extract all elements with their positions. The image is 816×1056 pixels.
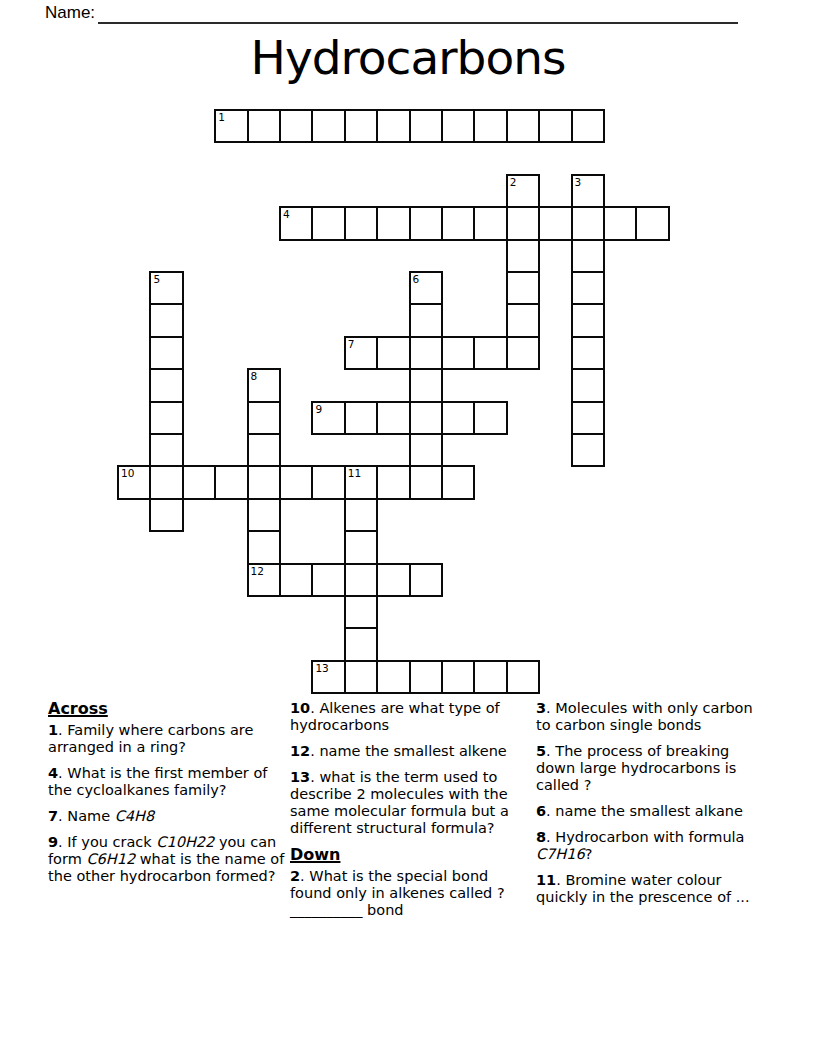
grid-cell-r11c4[interactable] [247, 465, 281, 499]
clue-7: 7. Name C4H8 [48, 808, 286, 825]
worksheet-page: Name: Hydrocarbons 12345678910111213 Acr… [0, 0, 816, 1056]
grid-cell-r11c6[interactable] [311, 465, 345, 499]
grid-cell-r0c12[interactable] [506, 109, 540, 143]
grid-cell-r6c9[interactable] [409, 303, 443, 337]
grid-cell-r17c12[interactable] [506, 660, 540, 694]
grid-cell-r7c7[interactable]: 7 [344, 336, 378, 370]
grid-cell-r10c1[interactable] [149, 433, 183, 467]
grid-cell-r13c7[interactable] [344, 530, 378, 564]
grid-cell-r3c16[interactable] [635, 206, 669, 240]
grid-cell-r11c3[interactable] [214, 465, 248, 499]
clue-11: 11. Bromine water colour quickly in the … [536, 872, 764, 906]
grid-cell-r5c9[interactable]: 6 [409, 271, 443, 305]
clue-number-6: 6 [413, 273, 420, 285]
grid-cell-r11c1[interactable] [149, 465, 183, 499]
grid-cell-r9c10[interactable] [441, 401, 475, 435]
grid-cell-r10c9[interactable] [409, 433, 443, 467]
grid-cell-r0c8[interactable] [376, 109, 410, 143]
grid-cell-r0c4[interactable] [247, 109, 281, 143]
clue-13: 13. what is the term used to describe 2 … [290, 769, 533, 837]
clue-5: 5. The process of breaking down large hy… [536, 743, 764, 794]
grid-cell-r0c9[interactable] [409, 109, 443, 143]
clue-number-12: 12 [251, 565, 264, 577]
grid-cell-r8c14[interactable] [571, 368, 605, 402]
grid-cell-r6c12[interactable] [506, 303, 540, 337]
grid-cell-r3c7[interactable] [344, 206, 378, 240]
grid-cell-r12c7[interactable] [344, 498, 378, 532]
grid-cell-r9c9[interactable] [409, 401, 443, 435]
grid-cell-r17c6[interactable]: 13 [311, 660, 345, 694]
grid-cell-r12c4[interactable] [247, 498, 281, 532]
grid-cell-r17c10[interactable] [441, 660, 475, 694]
clue-8: 8. Hydrocarbon with formula C7H16? [536, 829, 764, 863]
grid-cell-r3c6[interactable] [311, 206, 345, 240]
grid-cell-r0c7[interactable] [344, 109, 378, 143]
grid-cell-r7c11[interactable] [473, 336, 507, 370]
grid-cell-r9c11[interactable] [473, 401, 507, 435]
grid-cell-r9c14[interactable] [571, 401, 605, 435]
worksheet-title: Hydrocarbons [0, 30, 816, 85]
grid-cell-r15c7[interactable] [344, 595, 378, 629]
clue-number-8: 8 [251, 370, 258, 382]
grid-cell-r11c5[interactable] [279, 465, 313, 499]
grid-cell-r17c8[interactable] [376, 660, 410, 694]
grid-cell-r3c10[interactable] [441, 206, 475, 240]
grid-cell-r17c11[interactable] [473, 660, 507, 694]
grid-cell-r3c12[interactable] [506, 206, 540, 240]
grid-cell-r11c7[interactable]: 11 [344, 465, 378, 499]
grid-cell-r6c14[interactable] [571, 303, 605, 337]
grid-cell-r5c14[interactable] [571, 271, 605, 305]
grid-cell-r8c1[interactable] [149, 368, 183, 402]
grid-cell-r7c10[interactable] [441, 336, 475, 370]
grid-cell-r2c14[interactable]: 3 [571, 174, 605, 208]
clue-column-3: 3. Molecules with only carbon to carbon … [536, 700, 764, 915]
grid-cell-r17c9[interactable] [409, 660, 443, 694]
clue-4: 4. What is the first member of the cyclo… [48, 765, 286, 799]
clue-number-3: 3 [575, 176, 582, 188]
grid-cell-r17c7[interactable] [344, 660, 378, 694]
grid-cell-r7c8[interactable] [376, 336, 410, 370]
grid-cell-r3c8[interactable] [376, 206, 410, 240]
grid-cell-r3c11[interactable] [473, 206, 507, 240]
grid-cell-r5c1[interactable]: 5 [149, 271, 183, 305]
clue-number-5: 5 [153, 273, 160, 285]
grid-cell-r6c1[interactable] [149, 303, 183, 337]
grid-cell-r12c1[interactable] [149, 498, 183, 532]
grid-cell-r13c4[interactable] [247, 530, 281, 564]
crossword-grid: 12345678910111213 [117, 109, 671, 695]
grid-cell-r3c5[interactable]: 4 [279, 206, 313, 240]
grid-cell-r7c14[interactable] [571, 336, 605, 370]
clue-2: 2. What is the special bond found only i… [290, 868, 533, 919]
grid-cell-r0c11[interactable] [473, 109, 507, 143]
clue-number-13: 13 [315, 662, 328, 674]
grid-cell-r9c8[interactable] [376, 401, 410, 435]
grid-cell-r9c6[interactable]: 9 [311, 401, 345, 435]
grid-cell-r2c12[interactable]: 2 [506, 174, 540, 208]
clue-number-10: 10 [121, 467, 134, 479]
clue-number-4: 4 [283, 208, 290, 220]
clue-number-7: 7 [348, 338, 355, 350]
grid-cell-r16c7[interactable] [344, 627, 378, 661]
name-row: Name: [45, 3, 745, 25]
clue-10: 10. Alkenes are what type of hydrocarbon… [290, 700, 533, 734]
grid-cell-r0c14[interactable] [571, 109, 605, 143]
grid-cell-r9c4[interactable] [247, 401, 281, 435]
grid-cell-r4c12[interactable] [506, 239, 540, 273]
grid-cell-r14c9[interactable] [409, 563, 443, 597]
grid-cell-r3c15[interactable] [603, 206, 637, 240]
across-header: Across [48, 700, 286, 717]
grid-cell-r9c7[interactable] [344, 401, 378, 435]
grid-cell-r14c7[interactable] [344, 563, 378, 597]
clue-number-2: 2 [510, 176, 517, 188]
grid-cell-r9c1[interactable] [149, 401, 183, 435]
clue-6: 6. name the smallest alkane [536, 803, 764, 820]
grid-cell-r4c14[interactable] [571, 239, 605, 273]
grid-cell-r10c14[interactable] [571, 433, 605, 467]
clue-number-11: 11 [348, 467, 361, 479]
grid-cell-r10c4[interactable] [247, 433, 281, 467]
grid-cell-r3c14[interactable] [571, 206, 605, 240]
grid-cell-r8c9[interactable] [409, 368, 443, 402]
grid-cell-r7c12[interactable] [506, 336, 540, 370]
clue-number-9: 9 [315, 403, 322, 415]
grid-cell-r14c5[interactable] [279, 563, 313, 597]
grid-cell-r11c8[interactable] [376, 465, 410, 499]
grid-cell-r7c9[interactable] [409, 336, 443, 370]
grid-cell-r14c8[interactable] [376, 563, 410, 597]
grid-cell-r11c2[interactable] [182, 465, 216, 499]
grid-cell-r5c12[interactable] [506, 271, 540, 305]
clue-column-2: 10. Alkenes are what type of hydrocarbon… [290, 700, 533, 928]
grid-cell-r0c13[interactable] [538, 109, 572, 143]
grid-cell-r14c4[interactable]: 12 [247, 563, 281, 597]
grid-cell-r11c9[interactable] [409, 465, 443, 499]
grid-cell-r0c3[interactable]: 1 [214, 109, 248, 143]
grid-cell-r0c6[interactable] [311, 109, 345, 143]
down-header: Down [290, 846, 533, 863]
grid-cell-r3c13[interactable] [538, 206, 572, 240]
clue-column-1: Across1. Family where carbons are arrang… [48, 700, 286, 894]
grid-cell-r0c5[interactable] [279, 109, 313, 143]
grid-cell-r7c1[interactable] [149, 336, 183, 370]
grid-cell-r3c9[interactable] [409, 206, 443, 240]
clue-9: 9. If you crack C10H22 you can form C6H1… [48, 834, 286, 885]
clue-12: 12. name the smallest alkene [290, 743, 533, 760]
name-label: Name: [45, 3, 95, 22]
grid-cell-r14c6[interactable] [311, 563, 345, 597]
grid-cell-r8c4[interactable]: 8 [247, 368, 281, 402]
clue-1: 1. Family where carbons are arranged in … [48, 722, 286, 756]
grid-cell-r11c10[interactable] [441, 465, 475, 499]
grid-cell-r11c0[interactable]: 10 [117, 465, 151, 499]
name-blank-line[interactable] [98, 3, 738, 24]
grid-cell-r0c10[interactable] [441, 109, 475, 143]
clue-number-1: 1 [218, 111, 225, 123]
clue-3: 3. Molecules with only carbon to carbon … [536, 700, 764, 734]
